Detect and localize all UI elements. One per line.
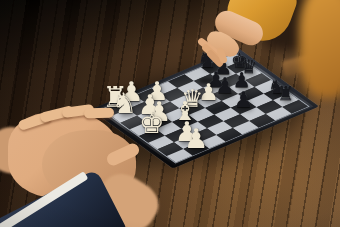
interlocked-finger (84, 107, 114, 118)
scene: ♚♛♞♜♟♟♞♟♟♟♟♛♟♝♟♟♟♟♟♜♞♚ (0, 0, 340, 227)
piece-white-pawn-h2: ♟ (183, 125, 210, 152)
piece-black-rook-g8: ♜ (276, 84, 295, 103)
left-player-clasped-hands (0, 100, 160, 227)
right-player-body (299, 0, 340, 98)
piece-black-pawn-f6: ♟ (233, 89, 255, 111)
